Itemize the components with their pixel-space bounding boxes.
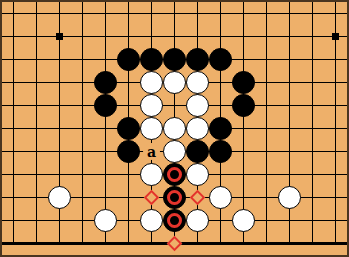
board-point	[140, 163, 163, 186]
board-point	[94, 117, 117, 140]
white-stone	[140, 209, 163, 232]
board-point	[209, 232, 232, 255]
black-stone	[117, 48, 140, 71]
board-point	[71, 25, 94, 48]
board-point	[232, 94, 255, 117]
board-point	[278, 94, 301, 117]
board-point	[186, 186, 209, 209]
white-stone	[140, 71, 163, 94]
white-stone	[186, 71, 209, 94]
board-point	[25, 25, 48, 48]
board-point	[186, 25, 209, 48]
board-point	[186, 117, 209, 140]
board-point	[48, 71, 71, 94]
board-point	[232, 25, 255, 48]
board-point	[163, 25, 186, 48]
board-point	[94, 25, 117, 48]
board-point	[163, 94, 186, 117]
board-point	[117, 71, 140, 94]
board-point	[232, 232, 255, 255]
board-point	[2, 186, 25, 209]
board-point	[117, 209, 140, 232]
board-point	[2, 2, 25, 25]
board-point	[301, 186, 324, 209]
board-point	[163, 48, 186, 71]
board-point	[2, 140, 25, 163]
board-point	[71, 232, 94, 255]
board-point	[94, 71, 117, 94]
board-point	[94, 2, 117, 25]
board-point	[117, 117, 140, 140]
go-diagram: a	[0, 0, 349, 257]
board-point	[209, 71, 232, 94]
board-point	[140, 2, 163, 25]
board-point	[71, 163, 94, 186]
board-point	[71, 48, 94, 71]
board-point	[255, 2, 278, 25]
board-point	[232, 140, 255, 163]
board-point	[48, 2, 71, 25]
board-point	[209, 2, 232, 25]
board-point	[140, 186, 163, 209]
board-point	[94, 48, 117, 71]
board-point	[301, 117, 324, 140]
board-point	[25, 2, 48, 25]
board-point	[25, 140, 48, 163]
board-point	[255, 140, 278, 163]
board-point	[94, 232, 117, 255]
board-point	[232, 163, 255, 186]
board-point	[186, 209, 209, 232]
board-point	[278, 2, 301, 25]
board-point	[163, 117, 186, 140]
board-point	[255, 71, 278, 94]
board-point	[255, 94, 278, 117]
board-point	[71, 2, 94, 25]
board-point	[209, 186, 232, 209]
board-point	[186, 48, 209, 71]
board-point	[278, 232, 301, 255]
board-point	[324, 2, 347, 25]
board-point	[2, 117, 25, 140]
diamond-mark	[144, 190, 160, 206]
white-stone	[186, 163, 209, 186]
board-point	[71, 71, 94, 94]
diamond-mark	[167, 236, 183, 252]
board-point	[140, 232, 163, 255]
circle-mark	[167, 167, 182, 182]
board-point	[140, 48, 163, 71]
board-point	[2, 232, 25, 255]
board-point	[163, 140, 186, 163]
black-stone	[209, 48, 232, 71]
board-point	[25, 94, 48, 117]
board-point	[25, 232, 48, 255]
board-point	[301, 48, 324, 71]
board-point	[71, 186, 94, 209]
board-point	[25, 163, 48, 186]
board-point	[48, 140, 71, 163]
board-point	[48, 25, 71, 48]
diamond-mark	[190, 190, 206, 206]
board-point	[278, 117, 301, 140]
board-point	[48, 117, 71, 140]
board-point	[186, 232, 209, 255]
board-point	[48, 186, 71, 209]
board-point	[94, 186, 117, 209]
hoshi-point	[332, 33, 339, 40]
board-point	[2, 94, 25, 117]
board-point	[94, 94, 117, 117]
board-point	[232, 186, 255, 209]
board-point	[255, 48, 278, 71]
board-point	[324, 163, 347, 186]
board-point	[301, 232, 324, 255]
board-point	[163, 163, 186, 186]
board-point	[278, 71, 301, 94]
board-point	[48, 209, 71, 232]
board-point	[209, 48, 232, 71]
board-point	[48, 232, 71, 255]
board-point	[2, 209, 25, 232]
board-point	[94, 209, 117, 232]
board-point	[301, 163, 324, 186]
board-point	[301, 94, 324, 117]
board-point	[209, 209, 232, 232]
board-point	[140, 117, 163, 140]
board-point	[324, 209, 347, 232]
board-point	[163, 209, 186, 232]
board-point	[163, 71, 186, 94]
board-point	[71, 94, 94, 117]
board-point	[255, 232, 278, 255]
board-point	[163, 186, 186, 209]
board-point	[301, 25, 324, 48]
board-point	[209, 25, 232, 48]
black-stone	[232, 94, 255, 117]
board-point	[163, 2, 186, 25]
board-point	[48, 94, 71, 117]
board-point	[324, 94, 347, 117]
board-point	[255, 117, 278, 140]
board-point	[71, 117, 94, 140]
white-stone	[48, 186, 71, 209]
board-point	[117, 186, 140, 209]
board-point	[163, 232, 186, 255]
black-stone	[163, 48, 186, 71]
board-point	[186, 163, 209, 186]
hoshi-point	[56, 33, 63, 40]
board-point	[186, 71, 209, 94]
board-point	[71, 140, 94, 163]
black-stone	[140, 48, 163, 71]
board-point	[324, 117, 347, 140]
white-stone	[186, 94, 209, 117]
white-stone	[163, 140, 186, 163]
board-point	[140, 209, 163, 232]
board-point	[209, 94, 232, 117]
board-point	[94, 140, 117, 163]
board-point	[324, 48, 347, 71]
black-stone	[117, 140, 140, 163]
board-point	[2, 25, 25, 48]
board-point	[278, 163, 301, 186]
black-stone	[94, 71, 117, 94]
board-point	[324, 186, 347, 209]
white-stone	[163, 117, 186, 140]
board-point	[232, 71, 255, 94]
black-stone	[117, 117, 140, 140]
go-board: a	[2, 2, 347, 255]
board-point	[278, 209, 301, 232]
board-point	[25, 117, 48, 140]
black-stone	[186, 140, 209, 163]
board-point	[209, 117, 232, 140]
black-stone	[232, 71, 255, 94]
board-point	[232, 209, 255, 232]
board-point	[117, 48, 140, 71]
board-point	[48, 48, 71, 71]
board-point	[301, 71, 324, 94]
board-point	[117, 2, 140, 25]
board-point	[117, 25, 140, 48]
board-point	[117, 163, 140, 186]
white-stone	[140, 117, 163, 140]
board-point	[25, 48, 48, 71]
board-point	[255, 25, 278, 48]
circle-mark	[167, 213, 182, 228]
board-point	[71, 209, 94, 232]
board-point	[209, 140, 232, 163]
white-stone	[140, 163, 163, 186]
board-point	[232, 117, 255, 140]
board-point	[209, 163, 232, 186]
board-point	[255, 186, 278, 209]
board-point	[186, 140, 209, 163]
board-point	[140, 25, 163, 48]
white-stone	[94, 209, 117, 232]
white-stone	[232, 209, 255, 232]
board-point	[324, 25, 347, 48]
white-stone	[140, 94, 163, 117]
white-stone	[186, 117, 209, 140]
board-point	[2, 48, 25, 71]
board-point	[324, 140, 347, 163]
board-point	[2, 163, 25, 186]
circle-mark	[167, 190, 182, 205]
board-point	[255, 163, 278, 186]
board-point	[2, 71, 25, 94]
black-stone	[209, 117, 232, 140]
board-point	[25, 71, 48, 94]
black-stone	[209, 140, 232, 163]
board-point	[232, 2, 255, 25]
white-stone	[186, 209, 209, 232]
board-point	[25, 209, 48, 232]
board-point	[301, 140, 324, 163]
black-stone	[94, 94, 117, 117]
board-point	[140, 94, 163, 117]
board-point	[186, 94, 209, 117]
board-point: a	[140, 140, 163, 163]
white-stone	[278, 186, 301, 209]
board-point	[278, 186, 301, 209]
board-point	[186, 2, 209, 25]
board-point	[117, 140, 140, 163]
board-point	[255, 209, 278, 232]
board-point	[94, 163, 117, 186]
point-label-a: a	[143, 143, 160, 160]
board-point	[278, 48, 301, 71]
board-point	[25, 186, 48, 209]
board-point	[232, 48, 255, 71]
board-point	[301, 209, 324, 232]
board-point	[301, 2, 324, 25]
board-point	[278, 140, 301, 163]
board-point	[48, 163, 71, 186]
black-stone	[186, 48, 209, 71]
board-point	[278, 25, 301, 48]
board-point	[117, 232, 140, 255]
board-point	[324, 232, 347, 255]
board-point	[140, 71, 163, 94]
white-stone	[209, 186, 232, 209]
white-stone	[163, 71, 186, 94]
board-point	[324, 71, 347, 94]
board-point	[117, 94, 140, 117]
